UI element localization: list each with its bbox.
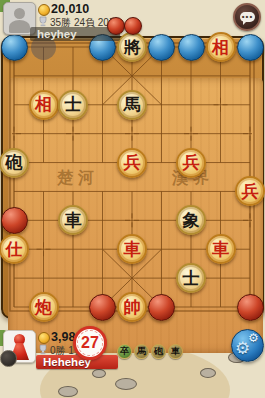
avatar-silhouette-icon <box>14 8 25 19</box>
piece-black-advisor[interactable]: 士 <box>58 90 88 120</box>
piece-hidden-red-piece[interactable] <box>89 294 116 321</box>
game-screen: 楚河 漢界 將相相士馬砲兵兵兵車象仕車車士炮帥 20,010 35勝 24負 2… <box>0 0 265 398</box>
captured-piece-馬: 馬 <box>134 344 149 359</box>
piece-red-elephant[interactable]: 相 <box>206 32 236 62</box>
river-label-chu: 楚河 <box>57 168 99 189</box>
trophy-icon <box>38 16 48 27</box>
piece-black-cannon[interactable]: 砲 <box>0 148 29 178</box>
gear-icon: ⚙ <box>248 331 259 345</box>
trophy-icon <box>38 344 48 355</box>
piece-black-advisor[interactable]: 士 <box>176 263 206 293</box>
coin-icon <box>38 332 50 344</box>
piece-black-general[interactable]: 將 <box>117 32 147 62</box>
piece-red-elephant[interactable]: 相 <box>29 90 59 120</box>
coin-icon <box>38 4 50 16</box>
move-timer: 27 <box>73 326 107 360</box>
piece-hidden-red-piece[interactable] <box>1 207 28 234</box>
piece-red-general[interactable]: 帥 <box>117 292 147 322</box>
piece-red-cannon[interactable]: 炮 <box>29 292 59 322</box>
captured-piece-砲: 砲 <box>151 344 166 359</box>
timer-seconds: 27 <box>76 329 104 357</box>
rank-badge <box>0 350 17 367</box>
piece-hidden-red-piece[interactable] <box>237 294 264 321</box>
avatar-silhouette-icon <box>9 20 30 33</box>
piece-hidden-black-piece[interactable] <box>178 34 205 61</box>
piece-red-soldier[interactable]: 兵 <box>117 148 147 178</box>
piece-hidden-black-piece[interactable] <box>148 34 175 61</box>
piece-hidden-black-piece[interactable] <box>1 34 28 61</box>
piece-hidden-red-piece[interactable] <box>148 294 175 321</box>
settings-button[interactable]: ⚙ ⚙ <box>231 329 264 362</box>
piece-black-horse[interactable]: 馬 <box>117 90 147 120</box>
opponent-name: heyhey <box>37 27 77 41</box>
captured-hidden-red-piece <box>124 17 142 35</box>
captured-piece-車: 車 <box>168 344 183 359</box>
captured-hidden-red-piece <box>107 17 125 35</box>
captured-piece-卒: 卒 <box>117 344 132 359</box>
piece-red-chariot[interactable]: 車 <box>206 234 236 264</box>
opponent-coins: 20,010 <box>51 2 89 16</box>
piece-hidden-black-piece[interactable] <box>237 34 264 61</box>
piece-red-soldier[interactable]: 兵 <box>176 148 206 178</box>
chat-button[interactable]: ••• <box>233 3 261 31</box>
chat-bubble-icon: ••• <box>240 12 255 22</box>
chat-dots: ••• <box>240 13 255 21</box>
